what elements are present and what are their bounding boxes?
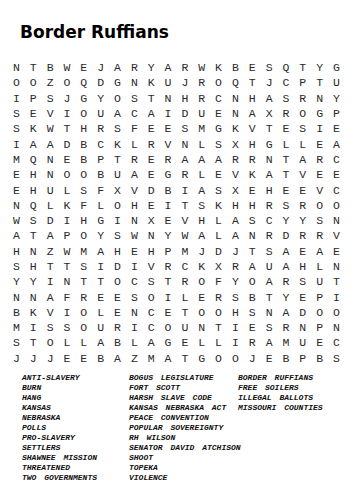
grid-cell[interactable]: I	[59, 213, 76, 228]
grid-cell[interactable]: L	[210, 213, 227, 228]
grid-cell[interactable]: X	[210, 259, 227, 274]
grid-cell[interactable]: U	[92, 106, 109, 121]
grid-cell[interactable]: T	[261, 289, 278, 304]
grid-cell[interactable]: R	[227, 152, 244, 167]
grid-cell[interactable]: I	[42, 274, 59, 289]
grid-cell[interactable]: N	[8, 289, 25, 304]
grid-cell[interactable]: J	[227, 244, 244, 259]
grid-cell[interactable]: E	[328, 121, 345, 136]
grid-cell[interactable]: T	[294, 60, 311, 75]
grid-cell[interactable]: L	[176, 289, 193, 304]
grid-cell[interactable]: E	[244, 60, 261, 75]
grid-cell[interactable]: E	[59, 152, 76, 167]
grid-cell[interactable]: I	[25, 320, 42, 335]
grid-cell[interactable]: Y	[311, 60, 328, 75]
grid-cell[interactable]: I	[59, 305, 76, 320]
grid-cell[interactable]: A	[160, 60, 177, 75]
grid-cell[interactable]: E	[244, 320, 261, 335]
grid-cell[interactable]: H	[25, 182, 42, 197]
grid-cell[interactable]: N	[8, 60, 25, 75]
grid-cell[interactable]: N	[176, 136, 193, 151]
grid-cell[interactable]: N	[25, 244, 42, 259]
grid-cell[interactable]: P	[160, 244, 177, 259]
grid-cell[interactable]: S	[126, 289, 143, 304]
grid-cell[interactable]: M	[143, 351, 160, 366]
grid-cell[interactable]: H	[244, 198, 261, 213]
grid-cell[interactable]: W	[59, 60, 76, 75]
grid-cell[interactable]: R	[227, 259, 244, 274]
grid-cell[interactable]: U	[92, 320, 109, 335]
grid-cell[interactable]: H	[193, 213, 210, 228]
grid-cell[interactable]: C	[278, 75, 295, 90]
grid-cell[interactable]: Y	[143, 60, 160, 75]
grid-cell[interactable]: N	[261, 152, 278, 167]
grid-cell[interactable]: R	[193, 91, 210, 106]
grid-cell[interactable]: S	[278, 91, 295, 106]
grid-cell[interactable]: L	[210, 335, 227, 350]
grid-cell[interactable]: A	[176, 152, 193, 167]
grid-cell[interactable]: O	[193, 274, 210, 289]
grid-cell[interactable]: S	[328, 351, 345, 366]
grid-cell[interactable]: B	[227, 60, 244, 75]
grid-cell[interactable]: G	[261, 136, 278, 151]
grid-cell[interactable]: O	[75, 106, 92, 121]
grid-cell[interactable]: S	[143, 274, 160, 289]
grid-cell[interactable]: O	[109, 91, 126, 106]
grid-cell[interactable]: A	[244, 259, 261, 274]
grid-cell[interactable]: S	[42, 320, 59, 335]
grid-cell[interactable]: E	[294, 182, 311, 197]
grid-cell[interactable]: E	[176, 335, 193, 350]
grid-cell[interactable]: L	[210, 228, 227, 243]
grid-cell[interactable]: L	[126, 335, 143, 350]
grid-cell[interactable]: A	[261, 335, 278, 350]
grid-cell[interactable]: E	[244, 182, 261, 197]
grid-cell[interactable]: I	[126, 320, 143, 335]
grid-cell[interactable]: K	[227, 121, 244, 136]
grid-cell[interactable]: A	[92, 244, 109, 259]
grid-cell[interactable]: K	[109, 136, 126, 151]
grid-cell[interactable]: G	[210, 121, 227, 136]
grid-cell[interactable]: Y	[8, 274, 25, 289]
grid-cell[interactable]: O	[109, 274, 126, 289]
grid-cell[interactable]: L	[92, 198, 109, 213]
grid-cell[interactable]: A	[278, 244, 295, 259]
grid-cell[interactable]: R	[311, 152, 328, 167]
grid-cell[interactable]: R	[261, 198, 278, 213]
grid-cell[interactable]: E	[25, 106, 42, 121]
grid-cell[interactable]: E	[311, 167, 328, 182]
grid-cell[interactable]: Z	[42, 75, 59, 90]
grid-cell[interactable]: F	[126, 121, 143, 136]
grid-cell[interactable]: R	[294, 228, 311, 243]
grid-cell[interactable]: B	[278, 351, 295, 366]
grid-cell[interactable]: E	[8, 167, 25, 182]
grid-cell[interactable]: F	[59, 289, 76, 304]
grid-cell[interactable]: I	[176, 182, 193, 197]
grid-cell[interactable]: W	[8, 213, 25, 228]
grid-cell[interactable]: O	[59, 75, 76, 90]
grid-cell[interactable]: C	[328, 182, 345, 197]
grid-cell[interactable]: R	[126, 152, 143, 167]
grid-cell[interactable]: M	[193, 121, 210, 136]
grid-cell[interactable]: Z	[126, 351, 143, 366]
grid-cell[interactable]: J	[92, 60, 109, 75]
grid-cell[interactable]: P	[311, 320, 328, 335]
grid-cell[interactable]: J	[25, 351, 42, 366]
grid-cell[interactable]: A	[294, 152, 311, 167]
grid-cell[interactable]: H	[143, 244, 160, 259]
grid-cell[interactable]: R	[244, 152, 261, 167]
grid-cell[interactable]: G	[311, 106, 328, 121]
grid-cell[interactable]: S	[210, 136, 227, 151]
grid-cell[interactable]: B	[109, 335, 126, 350]
grid-cell[interactable]: C	[126, 106, 143, 121]
grid-cell[interactable]: S	[176, 121, 193, 136]
grid-cell[interactable]: S	[8, 106, 25, 121]
grid-cell[interactable]: M	[176, 244, 193, 259]
grid-cell[interactable]: B	[75, 136, 92, 151]
grid-cell[interactable]: T	[59, 121, 76, 136]
grid-cell[interactable]: O	[109, 198, 126, 213]
grid-cell[interactable]: F	[210, 274, 227, 289]
grid-cell[interactable]: T	[176, 305, 193, 320]
grid-cell[interactable]: A	[244, 106, 261, 121]
grid-cell[interactable]: R	[311, 228, 328, 243]
grid-cell[interactable]: W	[59, 244, 76, 259]
grid-cell[interactable]: N	[244, 228, 261, 243]
grid-cell[interactable]: A	[193, 228, 210, 243]
grid-cell[interactable]: S	[244, 305, 261, 320]
grid-cell[interactable]: A	[261, 91, 278, 106]
grid-cell[interactable]: E	[278, 121, 295, 136]
grid-cell[interactable]: B	[75, 152, 92, 167]
grid-cell[interactable]: I	[126, 259, 143, 274]
grid-cell[interactable]: N	[227, 106, 244, 121]
grid-cell[interactable]: G	[92, 213, 109, 228]
grid-cell[interactable]: R	[143, 136, 160, 151]
grid-cell[interactable]: D	[294, 305, 311, 320]
grid-cell[interactable]: D	[109, 259, 126, 274]
grid-cell[interactable]: Z	[42, 244, 59, 259]
grid-cell[interactable]: S	[227, 289, 244, 304]
grid-cell[interactable]: T	[278, 167, 295, 182]
grid-cell[interactable]: A	[210, 152, 227, 167]
grid-cell[interactable]: T	[261, 121, 278, 136]
grid-cell[interactable]: I	[311, 121, 328, 136]
grid-cell[interactable]: R	[176, 167, 193, 182]
grid-cell[interactable]: B	[244, 289, 261, 304]
grid-cell[interactable]: V	[160, 136, 177, 151]
grid-cell[interactable]: P	[294, 75, 311, 90]
grid-cell[interactable]: I	[92, 259, 109, 274]
grid-cell[interactable]: N	[311, 91, 328, 106]
grid-cell[interactable]: S	[261, 244, 278, 259]
grid-cell[interactable]: Y	[92, 228, 109, 243]
grid-cell[interactable]: Y	[294, 213, 311, 228]
grid-cell[interactable]: I	[227, 320, 244, 335]
grid-cell[interactable]: B	[92, 351, 109, 366]
grid-cell[interactable]: E	[311, 335, 328, 350]
grid-cell[interactable]: V	[294, 167, 311, 182]
grid-cell[interactable]: S	[126, 91, 143, 106]
grid-cell[interactable]: T	[244, 244, 261, 259]
grid-cell[interactable]: S	[59, 320, 76, 335]
grid-cell[interactable]: E	[143, 198, 160, 213]
grid-cell[interactable]: T	[25, 335, 42, 350]
grid-cell[interactable]: A	[126, 167, 143, 182]
grid-cell[interactable]: H	[227, 305, 244, 320]
grid-cell[interactable]: L	[193, 335, 210, 350]
grid-cell[interactable]: R	[278, 106, 295, 121]
grid-cell[interactable]: V	[143, 259, 160, 274]
grid-cell[interactable]: Y	[328, 91, 345, 106]
grid-cell[interactable]: E	[143, 152, 160, 167]
grid-cell[interactable]: N	[59, 274, 76, 289]
grid-cell[interactable]: J	[59, 91, 76, 106]
grid-cell[interactable]: O	[42, 335, 59, 350]
grid-cell[interactable]: O	[227, 351, 244, 366]
grid-cell[interactable]: M	[75, 244, 92, 259]
grid-cell[interactable]: H	[109, 244, 126, 259]
grid-cell[interactable]: N	[294, 320, 311, 335]
grid-cell[interactable]: L	[311, 259, 328, 274]
grid-cell[interactable]: E	[75, 60, 92, 75]
grid-cell[interactable]: A	[193, 182, 210, 197]
grid-cell[interactable]: U	[311, 274, 328, 289]
grid-cell[interactable]: E	[160, 213, 177, 228]
grid-cell[interactable]: E	[143, 167, 160, 182]
grid-cell[interactable]: U	[160, 75, 177, 90]
grid-cell[interactable]: E	[328, 244, 345, 259]
grid-cell[interactable]: L	[59, 335, 76, 350]
grid-cell[interactable]: V	[244, 121, 261, 136]
grid-cell[interactable]: R	[109, 320, 126, 335]
grid-cell[interactable]: P	[328, 106, 345, 121]
grid-cell[interactable]: L	[42, 198, 59, 213]
grid-cell[interactable]: I	[227, 335, 244, 350]
grid-cell[interactable]: O	[210, 75, 227, 90]
grid-cell[interactable]: G	[328, 60, 345, 75]
grid-cell[interactable]: S	[42, 91, 59, 106]
grid-cell[interactable]: H	[261, 182, 278, 197]
grid-cell[interactable]: H	[244, 91, 261, 106]
grid-cell[interactable]: J	[42, 351, 59, 366]
grid-cell[interactable]: A	[109, 106, 126, 121]
grid-cell[interactable]: X	[227, 136, 244, 151]
grid-cell[interactable]: E	[193, 289, 210, 304]
grid-cell[interactable]: H	[227, 198, 244, 213]
grid-cell[interactable]: V	[328, 228, 345, 243]
grid-cell[interactable]: S	[294, 274, 311, 289]
grid-cell[interactable]: E	[210, 167, 227, 182]
grid-cell[interactable]: C	[261, 213, 278, 228]
grid-cell[interactable]: A	[328, 136, 345, 151]
grid-cell[interactable]: K	[210, 198, 227, 213]
grid-cell[interactable]: O	[328, 198, 345, 213]
grid-cell[interactable]: M	[8, 152, 25, 167]
grid-cell[interactable]: N	[126, 213, 143, 228]
grid-cell[interactable]: H	[8, 244, 25, 259]
grid-cell[interactable]: S	[8, 121, 25, 136]
grid-cell[interactable]: E	[261, 351, 278, 366]
grid-cell[interactable]: L	[59, 182, 76, 197]
grid-cell[interactable]: E	[126, 244, 143, 259]
grid-cell[interactable]: R	[294, 198, 311, 213]
grid-cell[interactable]: B	[160, 182, 177, 197]
grid-cell[interactable]: L	[75, 335, 92, 350]
grid-cell[interactable]: I	[8, 136, 25, 151]
grid-cell[interactable]: D	[210, 244, 227, 259]
grid-cell[interactable]: E	[210, 106, 227, 121]
grid-cell[interactable]: A	[160, 351, 177, 366]
grid-cell[interactable]: N	[126, 75, 143, 90]
grid-cell[interactable]: I	[160, 106, 177, 121]
grid-cell[interactable]: C	[143, 320, 160, 335]
grid-cell[interactable]: U	[42, 182, 59, 197]
grid-cell[interactable]: S	[294, 121, 311, 136]
grid-cell[interactable]: G	[109, 75, 126, 90]
grid-cell[interactable]: V	[42, 305, 59, 320]
grid-cell[interactable]: J	[261, 75, 278, 90]
grid-cell[interactable]: T	[328, 274, 345, 289]
grid-cell[interactable]: G	[75, 91, 92, 106]
grid-cell[interactable]: H	[75, 213, 92, 228]
grid-cell[interactable]: T	[210, 320, 227, 335]
grid-cell[interactable]: N	[328, 213, 345, 228]
grid-cell[interactable]: E	[328, 167, 345, 182]
grid-cell[interactable]: E	[294, 289, 311, 304]
grid-cell[interactable]: I	[109, 213, 126, 228]
grid-cell[interactable]: N	[42, 167, 59, 182]
grid-cell[interactable]: L	[92, 305, 109, 320]
grid-cell[interactable]: B	[8, 305, 25, 320]
grid-cell[interactable]: O	[75, 320, 92, 335]
grid-cell[interactable]: A	[227, 213, 244, 228]
grid-cell[interactable]: C	[126, 274, 143, 289]
grid-cell[interactable]: O	[8, 75, 25, 90]
grid-cell[interactable]: D	[143, 182, 160, 197]
grid-cell[interactable]: H	[25, 167, 42, 182]
grid-cell[interactable]: I	[8, 91, 25, 106]
grid-cell[interactable]: E	[109, 289, 126, 304]
grid-cell[interactable]: N	[160, 91, 177, 106]
grid-cell[interactable]: T	[109, 152, 126, 167]
grid-cell[interactable]: N	[328, 320, 345, 335]
grid-cell[interactable]: S	[261, 320, 278, 335]
grid-cell[interactable]: S	[193, 198, 210, 213]
grid-cell[interactable]: R	[75, 289, 92, 304]
grid-cell[interactable]: E	[59, 351, 76, 366]
grid-cell[interactable]: T	[25, 228, 42, 243]
grid-cell[interactable]: U	[109, 167, 126, 182]
grid-cell[interactable]: J	[8, 351, 25, 366]
grid-cell[interactable]: G	[160, 335, 177, 350]
grid-cell[interactable]: U	[328, 75, 345, 90]
grid-cell[interactable]: D	[92, 75, 109, 90]
grid-cell[interactable]: S	[8, 335, 25, 350]
grid-cell[interactable]: S	[25, 213, 42, 228]
grid-cell[interactable]: P	[25, 91, 42, 106]
grid-cell[interactable]: S	[109, 121, 126, 136]
grid-cell[interactable]: N	[126, 305, 143, 320]
grid-cell[interactable]: K	[244, 167, 261, 182]
grid-cell[interactable]: A	[193, 152, 210, 167]
grid-cell[interactable]: K	[143, 75, 160, 90]
grid-cell[interactable]: S	[210, 182, 227, 197]
grid-cell[interactable]: K	[193, 259, 210, 274]
grid-cell[interactable]: V	[227, 167, 244, 182]
grid-cell[interactable]: L	[193, 167, 210, 182]
grid-cell[interactable]: A	[311, 244, 328, 259]
grid-cell[interactable]: I	[160, 289, 177, 304]
grid-cell[interactable]: N	[261, 305, 278, 320]
grid-cell[interactable]: E	[278, 182, 295, 197]
grid-cell[interactable]: T	[160, 274, 177, 289]
grid-cell[interactable]: J	[176, 75, 193, 90]
grid-cell[interactable]: A	[261, 167, 278, 182]
grid-cell[interactable]: N	[143, 228, 160, 243]
grid-cell[interactable]: W	[193, 60, 210, 75]
grid-cell[interactable]: O	[25, 75, 42, 90]
grid-cell[interactable]: C	[92, 136, 109, 151]
grid-cell[interactable]: C	[328, 335, 345, 350]
grid-cell[interactable]: S	[75, 182, 92, 197]
grid-cell[interactable]: E	[160, 305, 177, 320]
grid-cell[interactable]: R	[176, 274, 193, 289]
grid-cell[interactable]: H	[126, 198, 143, 213]
grid-cell[interactable]: T	[176, 198, 193, 213]
grid-cell[interactable]: B	[42, 60, 59, 75]
grid-cell[interactable]: Q	[25, 152, 42, 167]
grid-cell[interactable]: O	[210, 305, 227, 320]
grid-cell[interactable]: P	[92, 152, 109, 167]
grid-cell[interactable]: W	[126, 228, 143, 243]
grid-cell[interactable]: X	[109, 182, 126, 197]
grid-cell[interactable]: S	[311, 213, 328, 228]
grid-cell[interactable]: K	[25, 305, 42, 320]
grid-cell[interactable]: N	[227, 91, 244, 106]
grid-cell[interactable]: R	[126, 60, 143, 75]
grid-cell[interactable]: P	[294, 351, 311, 366]
grid-cell[interactable]: T	[25, 60, 42, 75]
grid-cell[interactable]: Q	[227, 75, 244, 90]
grid-cell[interactable]: D	[42, 213, 59, 228]
grid-cell[interactable]: A	[278, 305, 295, 320]
grid-cell[interactable]: R	[92, 121, 109, 136]
grid-cell[interactable]: T	[311, 75, 328, 90]
grid-cell[interactable]: I	[160, 198, 177, 213]
grid-cell[interactable]: T	[59, 259, 76, 274]
grid-cell[interactable]: A	[42, 289, 59, 304]
grid-cell[interactable]: A	[109, 351, 126, 366]
grid-cell[interactable]: I	[328, 289, 345, 304]
grid-cell[interactable]: Y	[278, 289, 295, 304]
grid-cell[interactable]: E	[160, 121, 177, 136]
grid-cell[interactable]: A	[261, 274, 278, 289]
grid-cell[interactable]: H	[176, 91, 193, 106]
grid-cell[interactable]: R	[176, 60, 193, 75]
grid-cell[interactable]: O	[59, 167, 76, 182]
grid-cell[interactable]: Y	[25, 274, 42, 289]
grid-cell[interactable]: A	[25, 136, 42, 151]
grid-cell[interactable]: K	[25, 121, 42, 136]
grid-cell[interactable]: K	[59, 198, 76, 213]
grid-cell[interactable]: A	[143, 106, 160, 121]
grid-cell[interactable]: F	[75, 198, 92, 213]
grid-cell[interactable]: U	[193, 106, 210, 121]
grid-cell[interactable]: V	[42, 106, 59, 121]
